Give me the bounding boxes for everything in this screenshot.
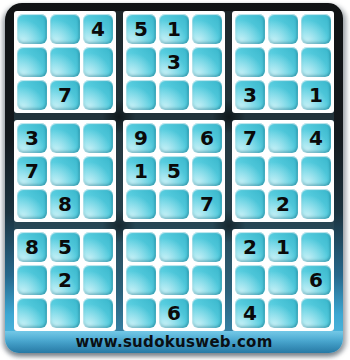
box: 852 <box>14 229 116 331</box>
cell[interactable]: 1 <box>268 232 298 262</box>
cell[interactable] <box>83 265 113 295</box>
box: 513 <box>123 11 225 113</box>
cell[interactable] <box>83 232 113 262</box>
cell[interactable] <box>50 14 80 44</box>
cell[interactable] <box>83 80 113 110</box>
sudoku-board: 47513313789615774285262164 <box>14 11 334 331</box>
cell[interactable] <box>268 298 298 328</box>
cell[interactable] <box>50 156 80 186</box>
cell[interactable] <box>192 14 222 44</box>
cell[interactable]: 2 <box>50 265 80 295</box>
cell[interactable] <box>17 14 47 44</box>
box: 742 <box>232 120 334 222</box>
cell[interactable]: 2 <box>268 189 298 219</box>
cell[interactable] <box>83 298 113 328</box>
cell[interactable] <box>301 232 331 262</box>
box: 96157 <box>123 120 225 222</box>
cell[interactable]: 3 <box>159 47 189 77</box>
cell[interactable]: 1 <box>126 156 156 186</box>
cell[interactable]: 6 <box>192 123 222 153</box>
cell[interactable] <box>159 80 189 110</box>
cell[interactable] <box>159 189 189 219</box>
cell[interactable] <box>159 232 189 262</box>
box: 47 <box>14 11 116 113</box>
cell[interactable] <box>235 265 265 295</box>
cell[interactable] <box>268 265 298 295</box>
cell[interactable] <box>235 14 265 44</box>
cell[interactable] <box>126 47 156 77</box>
cell[interactable]: 8 <box>50 189 80 219</box>
board-frame: 47513313789615774285262164 www.sudokuswe… <box>5 3 343 353</box>
cell[interactable] <box>83 189 113 219</box>
cell[interactable]: 5 <box>50 232 80 262</box>
cell[interactable] <box>17 265 47 295</box>
cell[interactable]: 6 <box>159 298 189 328</box>
cell[interactable] <box>192 47 222 77</box>
cell[interactable] <box>17 189 47 219</box>
cell[interactable] <box>192 298 222 328</box>
cell[interactable]: 1 <box>301 80 331 110</box>
site-url: www.sudokusweb.com <box>75 333 272 351</box>
cell[interactable] <box>301 298 331 328</box>
cell[interactable] <box>268 156 298 186</box>
cell[interactable] <box>301 156 331 186</box>
cell[interactable] <box>268 123 298 153</box>
cell[interactable]: 4 <box>83 14 113 44</box>
cell[interactable] <box>159 265 189 295</box>
cell[interactable] <box>50 47 80 77</box>
cell[interactable]: 3 <box>17 123 47 153</box>
cell[interactable] <box>192 265 222 295</box>
cell[interactable] <box>301 14 331 44</box>
cell[interactable] <box>50 298 80 328</box>
cell[interactable] <box>301 47 331 77</box>
cell[interactable] <box>83 156 113 186</box>
cell[interactable]: 7 <box>192 189 222 219</box>
cell[interactable] <box>17 47 47 77</box>
cell[interactable] <box>126 298 156 328</box>
cell[interactable]: 7 <box>17 156 47 186</box>
cell[interactable] <box>268 47 298 77</box>
cell[interactable] <box>50 123 80 153</box>
cell[interactable] <box>17 298 47 328</box>
cell[interactable] <box>268 80 298 110</box>
cell[interactable] <box>126 189 156 219</box>
cell[interactable] <box>83 47 113 77</box>
cell[interactable] <box>192 232 222 262</box>
cell[interactable] <box>235 156 265 186</box>
cell[interactable] <box>126 232 156 262</box>
box: 6 <box>123 229 225 331</box>
box: 31 <box>232 11 334 113</box>
cell[interactable] <box>126 265 156 295</box>
cell[interactable]: 6 <box>301 265 331 295</box>
cell[interactable] <box>192 156 222 186</box>
cell[interactable]: 3 <box>235 80 265 110</box>
page: 47513313789615774285262164 www.sudokuswe… <box>0 0 350 360</box>
cell[interactable]: 8 <box>17 232 47 262</box>
cell[interactable] <box>268 14 298 44</box>
cell[interactable]: 4 <box>301 123 331 153</box>
cell[interactable] <box>159 123 189 153</box>
cell[interactable]: 7 <box>235 123 265 153</box>
footer-band: www.sudokusweb.com <box>5 331 343 353</box>
cell[interactable]: 7 <box>50 80 80 110</box>
cell[interactable] <box>17 80 47 110</box>
box: 2164 <box>232 229 334 331</box>
cell[interactable] <box>301 189 331 219</box>
box: 378 <box>14 120 116 222</box>
cell[interactable] <box>192 80 222 110</box>
cell[interactable]: 1 <box>159 14 189 44</box>
cell[interactable]: 5 <box>126 14 156 44</box>
cell[interactable]: 9 <box>126 123 156 153</box>
cell[interactable] <box>235 189 265 219</box>
cell[interactable] <box>83 123 113 153</box>
cell[interactable]: 2 <box>235 232 265 262</box>
cell[interactable]: 4 <box>235 298 265 328</box>
cell[interactable] <box>126 80 156 110</box>
cell[interactable] <box>235 47 265 77</box>
cell[interactable]: 5 <box>159 156 189 186</box>
